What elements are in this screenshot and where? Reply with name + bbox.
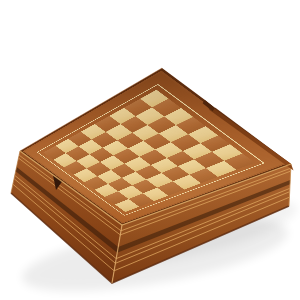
box-edges-graphic — [0, 0, 300, 300]
box-side-far-right-strip — [207, 103, 294, 171]
chess-box-product-photo — [0, 0, 300, 300]
lid-far-edge-line — [20, 68, 162, 151]
lid-front-edge-highlight — [20, 151, 291, 225]
